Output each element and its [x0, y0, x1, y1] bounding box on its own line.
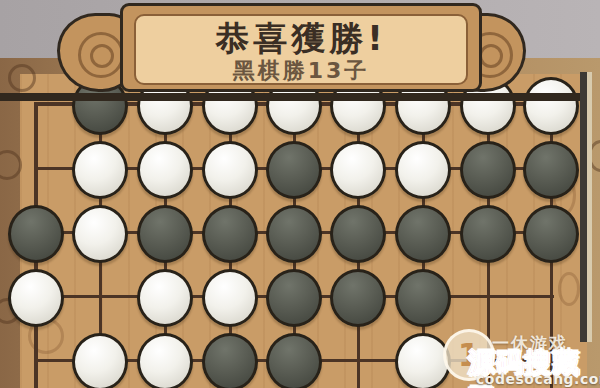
stone-white	[202, 269, 258, 327]
stone-black	[202, 333, 258, 388]
stone-black	[460, 141, 516, 199]
stone-white	[72, 333, 128, 388]
stone-black	[330, 205, 386, 263]
stone-black	[523, 141, 579, 199]
stone-black	[395, 269, 451, 327]
result-banner: 恭喜獲勝! 黑棋勝13子	[134, 14, 468, 85]
stone-white	[137, 141, 193, 199]
stone-black	[202, 205, 258, 263]
stone-white	[72, 205, 128, 263]
stone-black	[8, 205, 64, 263]
stone-black	[330, 269, 386, 327]
wood-swirl	[8, 64, 36, 92]
stone-white	[137, 269, 193, 327]
wood-swirl	[558, 272, 580, 306]
stone-black	[523, 205, 579, 263]
stone-black	[266, 141, 322, 199]
stone-white	[330, 141, 386, 199]
stone-white	[137, 333, 193, 388]
watermark-site-url: codesocang.com	[476, 371, 600, 387]
stone-black	[266, 205, 322, 263]
board-right-edge-highlight	[587, 72, 592, 342]
stone-white	[72, 141, 128, 199]
game-screen: 恭喜獲勝! 黑棋勝13子 1 一休游戏 源码搜藏网 codesocang.com	[0, 0, 600, 388]
banner-title: 恭喜獲勝!	[136, 18, 466, 58]
stone-black	[266, 333, 322, 388]
stone-black	[137, 205, 193, 263]
stone-black	[266, 269, 322, 327]
spiral-icon	[90, 44, 114, 68]
stone-black	[460, 205, 516, 263]
stone-black	[395, 205, 451, 263]
banner-subtitle: 黑棋勝13子	[136, 58, 466, 84]
spiral-icon	[479, 44, 503, 68]
stone-white	[8, 269, 64, 327]
board-right-edge	[580, 72, 587, 342]
stone-white	[395, 141, 451, 199]
board-top-edge	[0, 93, 587, 101]
stone-white	[523, 77, 579, 135]
stone-white	[202, 141, 258, 199]
